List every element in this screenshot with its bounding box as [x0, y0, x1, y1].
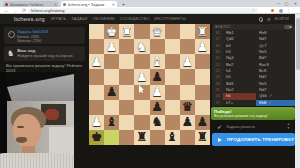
minimize-window-icon[interactable]: ─ — [277, 0, 280, 7]
square-h7[interactable]: ♟ — [89, 115, 104, 130]
analysis-toggle[interactable] — [284, 25, 292, 29]
square-b6[interactable]: ♛ — [180, 100, 195, 115]
browser-menu-icon[interactable]: ⋮ — [286, 7, 290, 14]
gear-icon[interactable]: ⚙ — [267, 17, 271, 22]
square-h6[interactable] — [89, 100, 104, 115]
solved-check-icon: ✓ — [217, 123, 222, 130]
streamer-eye — [17, 126, 24, 128]
black-move[interactable]: Kh8✓ — [256, 100, 295, 106]
turn-subtitle: Найдите лучший ход за чёрных. — [17, 54, 74, 59]
white-knight[interactable]: ♞ — [136, 39, 147, 54]
window-controls: ─▢✕ — [277, 0, 297, 7]
square-b5[interactable] — [180, 85, 195, 100]
square-c8[interactable]: ♝ — [165, 130, 180, 145]
square-c3[interactable] — [165, 54, 180, 69]
square-e1[interactable] — [134, 24, 149, 39]
puzzle-link[interactable]: Задача №61303 — [17, 29, 48, 34]
black-player-line: Чёрные: 2290 — [17, 39, 48, 42]
square-f7[interactable] — [119, 115, 134, 130]
square-g6[interactable] — [104, 100, 119, 115]
vote-label: Задача решена — [226, 124, 287, 129]
black-pawn[interactable]: ♟ — [182, 115, 193, 130]
success-text: Вы успешно решили эту задачу! — [214, 114, 292, 118]
square-d1[interactable]: ♛ — [150, 24, 165, 39]
square-h5[interactable] — [89, 85, 104, 100]
square-c6[interactable] — [165, 100, 180, 115]
address-bar[interactable]: lichess.org/training ☆ — [28, 8, 258, 13]
square-d5[interactable]: ♟ — [150, 85, 165, 100]
square-f8[interactable] — [119, 130, 134, 145]
square-a7[interactable]: ♟ — [195, 115, 210, 130]
nav-item-инструменты[interactable]: Инструменты — [154, 17, 186, 21]
puzzle-source-box: Задача №61303 Белые: 2285 Чёрные: 2290 — [4, 27, 85, 44]
scrollbar-thumb[interactable] — [296, 18, 300, 70]
square-h3[interactable]: ♟ — [89, 54, 104, 69]
square-c1[interactable] — [165, 24, 180, 39]
search-icon[interactable] — [259, 17, 263, 21]
white-king[interactable]: ♚ — [106, 24, 117, 39]
tab-title: lichess.org • Задачи — [68, 2, 110, 7]
forward-button[interactable]: → — [13, 7, 18, 14]
square-g8[interactable] — [104, 130, 119, 145]
black-queen[interactable]: ♛ — [182, 100, 193, 115]
puzzle-target-icon — [7, 30, 14, 37]
play-icon — [218, 138, 222, 142]
square-b8[interactable] — [180, 130, 195, 145]
square-e8[interactable]: ♜ — [134, 130, 149, 145]
square-e7[interactable] — [134, 115, 149, 130]
square-h4[interactable] — [89, 69, 104, 84]
square-b4[interactable] — [180, 69, 195, 84]
square-d8[interactable] — [150, 130, 165, 145]
black-pawn[interactable]: ♟ — [106, 85, 117, 100]
square-c4[interactable] — [165, 69, 180, 84]
white-pawn[interactable]: ♟ — [106, 39, 117, 54]
streamer-shirt — [0, 153, 74, 168]
square-a2[interactable]: ♟ — [195, 39, 210, 54]
nav-item-обучение[interactable]: Обучение — [92, 17, 114, 21]
black-bishop[interactable]: ♝ — [167, 130, 178, 145]
square-g7[interactable]: ♝ — [104, 115, 119, 130]
square-a6[interactable] — [195, 100, 210, 115]
square-h2[interactable] — [89, 39, 104, 54]
white-pawn[interactable]: ♟ — [91, 54, 102, 69]
square-f6[interactable] — [119, 100, 134, 115]
lichess-logo[interactable]: lichess.org — [14, 16, 45, 22]
square-f4[interactable] — [119, 69, 134, 84]
bookmark-star-icon[interactable]: ☆ — [251, 8, 255, 13]
move-row: 27h7+Kh8✓ — [212, 100, 295, 106]
tab-favicon — [5, 3, 8, 6]
tab-close-icon[interactable]: ✕ — [112, 2, 115, 7]
move-list[interactable]: 16Rb1Re817Qd2Nd718b3Qc719h3Ne520Ng3Bd721… — [212, 30, 295, 106]
turn-indicator-box: ♞ Ваш ход Найдите лучший ход за чёрных. — [4, 46, 85, 61]
nav-item-играть[interactable]: Играть — [51, 17, 66, 21]
white-pawn[interactable]: ♟ — [182, 54, 193, 69]
square-e3[interactable] — [134, 54, 149, 69]
white-move[interactable]: h7+ — [223, 100, 256, 106]
square-b3[interactable]: ♟ — [180, 54, 195, 69]
square-e2[interactable]: ♞ — [134, 39, 149, 54]
success-banner: Победа! Вы успешно решили эту задачу! — [211, 107, 295, 120]
streamer-face — [13, 114, 41, 148]
browser-tab-strip: Шахматы • lichess✕lichess.org • Задачи✕ … — [0, 0, 300, 7]
tab-favicon — [63, 3, 66, 6]
square-d6[interactable]: ♟ — [150, 100, 165, 115]
site-nav: ИгратьЗадачиОбучениеСообществоИнструмент… — [51, 17, 186, 21]
square-b2[interactable] — [180, 39, 195, 54]
nav-item-сообщество[interactable]: Сообщество — [120, 17, 149, 21]
continue-training-button[interactable]: ПРОДОЛЖИТЬ ТРЕНИРОВКУ — [212, 133, 295, 146]
square-c2[interactable] — [165, 39, 180, 54]
site-header: lichess.org ИгратьЗадачиОбучениеСообщест… — [0, 14, 295, 24]
screenshot-root: Шахматы • lichess✕lichess.org • Задачи✕ … — [0, 0, 300, 168]
square-g5[interactable]: ♟ — [104, 85, 119, 100]
square-a4[interactable] — [195, 69, 210, 84]
continue-label: ПРОДОЛЖИТЬ ТРЕНИРОВКУ — [227, 137, 294, 142]
sign-in-link[interactable]: ВОЙТИ — [275, 17, 289, 21]
square-a1[interactable]: ♜ — [195, 24, 210, 39]
webcam-calendar — [49, 127, 74, 155]
square-g1[interactable]: ♚ — [104, 24, 119, 39]
square-f5[interactable] — [119, 85, 134, 100]
analysis-label: АНАЛИЗ — [215, 25, 284, 29]
white-rook[interactable]: ♜ — [121, 24, 132, 39]
webcam-overlay — [0, 72, 74, 168]
square-e4[interactable]: ♟ — [134, 69, 149, 84]
white-pawn[interactable]: ♟ — [151, 85, 162, 100]
correct-move-check-icon: ✓ — [268, 100, 271, 105]
square-b1[interactable] — [180, 24, 195, 39]
url-text[interactable]: lichess.org/training — [31, 8, 251, 13]
square-b7[interactable]: ♟ — [180, 115, 195, 130]
white-pawn[interactable]: ♟ — [91, 115, 102, 130]
black-pawn[interactable]: ♟ — [151, 69, 162, 84]
square-a8[interactable]: ♜ — [195, 130, 210, 145]
square-h8[interactable]: ♚ — [89, 130, 104, 145]
black-rook[interactable]: ♜ — [136, 130, 147, 145]
black-pawn[interactable]: ♟ — [151, 100, 162, 115]
square-d3[interactable]: ♝ — [150, 54, 165, 69]
black-king[interactable]: ♚ — [91, 130, 102, 145]
turn-title: Ваш ход — [17, 48, 74, 53]
square-f1[interactable]: ♜ — [119, 24, 134, 39]
vote-down-icon[interactable]: ▼ — [287, 127, 290, 130]
square-a3[interactable] — [195, 54, 210, 69]
success-title: Победа! — [214, 109, 292, 114]
white-pawn[interactable]: ♟ — [197, 39, 208, 54]
square-g3[interactable] — [104, 54, 119, 69]
square-h1[interactable] — [89, 24, 104, 39]
correct-move-check-icon: ✓ — [269, 93, 272, 98]
white-player-line: Белые: 2285 — [17, 35, 48, 39]
black-rook[interactable]: ♜ — [197, 130, 208, 145]
extension-icon[interactable] — [271, 9, 274, 12]
square-e6[interactable] — [134, 100, 149, 115]
white-queen[interactable]: ♛ — [151, 24, 162, 39]
white-pawn[interactable]: ♟ — [136, 69, 147, 84]
square-d2[interactable] — [150, 39, 165, 54]
webcam-ceiling — [7, 74, 74, 101]
black-knight[interactable]: ♞ — [151, 115, 162, 130]
square-d7[interactable]: ♞ — [150, 115, 165, 130]
black-pawn[interactable]: ♟ — [197, 115, 208, 130]
page-scrollbar[interactable] — [295, 14, 300, 168]
back-button[interactable]: ← — [4, 7, 9, 14]
square-d4[interactable]: ♟ — [150, 69, 165, 84]
black-knight-icon: ♞ — [7, 48, 14, 59]
square-g4[interactable] — [104, 69, 119, 84]
tab-close-icon[interactable]: ✕ — [54, 2, 57, 7]
square-c7[interactable] — [165, 115, 180, 130]
browser-toolbar: ← → ⟳ lichess.org/training ☆ ⋮ — [0, 7, 300, 14]
reload-button[interactable]: ⟳ — [22, 7, 26, 14]
close-window-icon[interactable]: ✕ — [294, 0, 297, 7]
square-f2[interactable] — [119, 39, 134, 54]
nav-item-задачи[interactable]: Задачи — [71, 17, 87, 21]
white-bishop[interactable]: ♝ — [151, 54, 162, 69]
white-rook[interactable]: ♜ — [197, 24, 208, 39]
black-bishop[interactable]: ♝ — [106, 115, 117, 130]
square-g2[interactable]: ♟ — [104, 39, 119, 54]
square-a5[interactable] — [195, 85, 210, 100]
maximize-window-icon[interactable]: ▢ — [285, 0, 289, 7]
chess-board[interactable]: ♚♜♛♜♟♞♟♟♝♟♟♟♟♟♟♛♟♝♞♟♟♚♜♝♜ — [89, 24, 210, 145]
profile-avatar[interactable] — [279, 9, 283, 13]
vote-row: ✓ Задача решена ▲ ▼ — [212, 121, 295, 132]
move-number: 27 — [212, 100, 223, 106]
square-f3[interactable] — [119, 54, 134, 69]
streamer-mustache — [16, 137, 27, 143]
square-c5[interactable] — [165, 85, 180, 100]
